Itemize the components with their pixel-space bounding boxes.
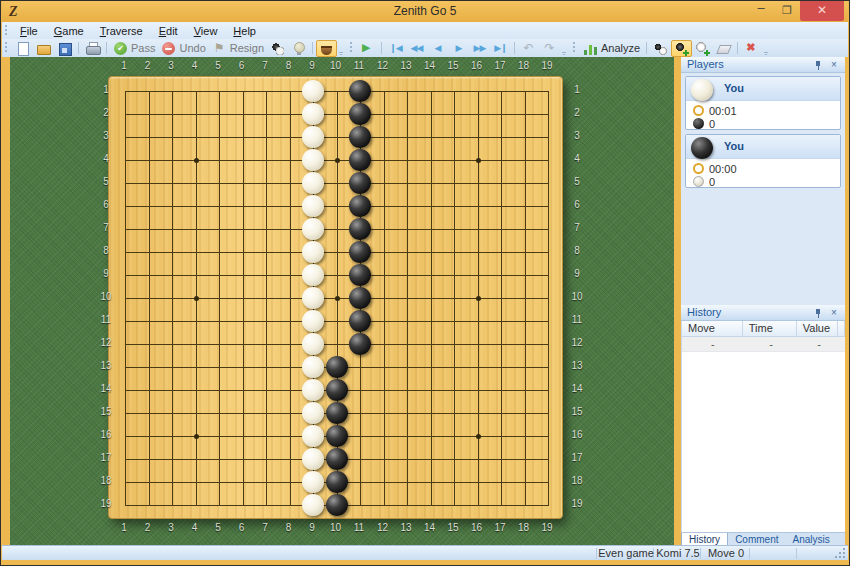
coordinate-label: 14 (96, 383, 116, 394)
coordinate-label: 10 (326, 522, 346, 533)
white-stone[interactable] (302, 379, 324, 401)
white-stone[interactable] (302, 287, 324, 309)
pass-icon (113, 41, 128, 56)
history-table[interactable]: MoveTimeValue--- (681, 321, 845, 532)
rotate-left-button[interactable]: ↶ (518, 40, 539, 57)
white-stone[interactable] (302, 448, 324, 470)
white-stone[interactable] (302, 425, 324, 447)
coordinate-label: 17 (567, 452, 587, 463)
coordinate-label: 10 (96, 291, 116, 302)
nav-forward-button[interactable]: ▶ (448, 40, 469, 57)
black-stone[interactable] (349, 241, 371, 263)
white-stone[interactable] (302, 172, 324, 194)
toolbar-group: Analyze (570, 39, 770, 57)
coordinate-label: 5 (208, 522, 228, 533)
black-stone[interactable] (349, 126, 371, 148)
coordinate-label: 19 (567, 498, 587, 509)
coordinate-label: 19 (537, 60, 557, 71)
maximize-button[interactable]: ❐ (774, 1, 800, 21)
coordinate-label: 11 (349, 522, 369, 533)
star-point (194, 158, 199, 163)
coordinate-label: 9 (302, 522, 322, 533)
open-file-icon (36, 41, 51, 56)
player-captures-row: 0 (693, 175, 715, 188)
player-card-white: You 00:01 0 (685, 76, 841, 130)
open-file-button[interactable] (33, 40, 54, 57)
toolbar-grip (572, 42, 577, 54)
toolbar-separator (514, 42, 515, 54)
menu-help[interactable]: Help (225, 23, 264, 39)
coordinate-label: 1 (114, 522, 134, 533)
client-area: 12345678910111213141516171819 1234567891… (2, 57, 848, 545)
history-row[interactable]: --- (682, 337, 845, 352)
star-point (194, 434, 199, 439)
white-stone[interactable] (302, 333, 324, 355)
undo-button[interactable]: Undo (158, 40, 208, 57)
players-panel-title: Players (687, 58, 724, 70)
white-stone-avatar (691, 79, 713, 101)
clock-icon (693, 163, 704, 174)
black-stone[interactable] (349, 149, 371, 171)
coordinate-label: 16 (567, 429, 587, 440)
column-header-time[interactable]: Time (743, 321, 797, 336)
black-stone[interactable] (349, 218, 371, 240)
rotate-right-icon: ↷ (542, 41, 557, 56)
status-separator (596, 548, 597, 559)
black-stone[interactable] (326, 379, 348, 401)
grid-line-v (501, 91, 502, 506)
toolbar-separator (737, 42, 738, 54)
menu-traverse[interactable]: Traverse (92, 23, 151, 39)
history-cell: - (744, 337, 799, 351)
menu-edit[interactable]: Edit (151, 23, 186, 39)
pass-label: Pass (131, 42, 155, 54)
resize-grip-icon[interactable] (834, 547, 846, 559)
clock-icon (693, 105, 704, 116)
black-stone[interactable] (326, 402, 348, 424)
coordinate-label: 8 (279, 522, 299, 533)
black-stone[interactable] (349, 195, 371, 217)
coordinate-label: 15 (443, 522, 463, 533)
grid-line-v (454, 91, 455, 506)
black-stone[interactable] (326, 356, 348, 378)
coordinate-label: 6 (96, 199, 116, 210)
grid-line-h (125, 321, 549, 322)
coordinate-label: 7 (567, 222, 587, 233)
toolbar-separator (646, 42, 647, 54)
black-stone[interactable] (349, 103, 371, 125)
coordinate-label: 10 (326, 60, 346, 71)
player-time: 00:01 (709, 105, 737, 117)
stone-pair-icon (653, 41, 668, 56)
toolbar-separator (312, 42, 313, 54)
player-name: You (724, 140, 744, 152)
coordinate-label: 18 (514, 522, 534, 533)
history-cell: - (798, 337, 840, 351)
nav-forward-icon: ▶ (451, 41, 466, 56)
nav-back-icon: ◀ (430, 41, 445, 56)
analyze-button[interactable]: Analyze (580, 40, 643, 57)
white-stone[interactable] (302, 494, 324, 516)
stone-pair-button[interactable] (650, 40, 671, 57)
coordinate-label: 16 (467, 522, 487, 533)
coordinate-label: 18 (567, 475, 587, 486)
coordinate-label: 3 (161, 522, 181, 533)
history-header-row: MoveTimeValue (682, 321, 845, 337)
toolbar-separator (106, 42, 107, 54)
play-button[interactable] (357, 40, 378, 57)
coordinate-label: 7 (96, 222, 116, 233)
status-separator (796, 548, 797, 559)
coordinate-label: 15 (567, 406, 587, 417)
panel-close-icon[interactable]: × (829, 60, 839, 70)
eraser-button[interactable] (713, 40, 734, 57)
black-stone[interactable] (326, 471, 348, 493)
coordinate-label: 6 (232, 522, 252, 533)
dock-splitter[interactable] (674, 57, 681, 547)
coordinate-label: 15 (96, 406, 116, 417)
white-stone[interactable] (302, 310, 324, 332)
save-file-icon (57, 41, 72, 56)
nav-forward10-icon: ▶▶ (472, 41, 487, 56)
white-stone[interactable] (302, 195, 324, 217)
white-stone[interactable] (302, 149, 324, 171)
coordinate-label: 4 (185, 60, 205, 71)
coordinate-label: 4 (96, 153, 116, 164)
toolbar-separator (381, 42, 382, 54)
coordinate-label: 7 (255, 60, 275, 71)
resign-button[interactable]: Resign (209, 40, 267, 57)
analyze-label: Analyze (601, 42, 640, 54)
coordinate-label: 19 (96, 498, 116, 509)
column-header-empty[interactable] (838, 321, 845, 336)
bowl-button[interactable] (316, 40, 337, 57)
white-stone[interactable] (302, 103, 324, 125)
coordinate-label: 1 (96, 84, 116, 95)
delete-cross-icon (744, 41, 759, 56)
status-game-type: Even game (598, 547, 654, 559)
print-icon (85, 41, 100, 56)
toolbar-overflow-icon[interactable] (561, 41, 568, 55)
undo-icon (161, 41, 176, 56)
coordinate-label: 13 (396, 522, 416, 533)
coordinate-label: 13 (96, 360, 116, 371)
nav-forward10-button[interactable]: ▶▶ (469, 40, 490, 57)
black-stone-avatar (691, 137, 713, 159)
black-stone[interactable] (349, 80, 371, 102)
nav-last-icon: ▶❙ (493, 41, 508, 56)
coordinate-label: 12 (373, 522, 393, 533)
analyze-icon (583, 41, 598, 56)
print-button[interactable] (82, 40, 103, 57)
column-header-move[interactable]: Move (682, 321, 743, 336)
white-stone[interactable] (302, 356, 324, 378)
coordinate-label: 2 (138, 60, 158, 71)
undo-label: Undo (179, 42, 205, 54)
minimize-button[interactable]: – (748, 1, 774, 21)
coordinate-label: 8 (567, 245, 587, 256)
coordinate-label: 2 (138, 522, 158, 533)
nav-back10-icon: ◀◀ (409, 41, 424, 56)
coordinate-label: 9 (96, 268, 116, 279)
menu-grip (4, 25, 9, 37)
star-point (335, 296, 340, 301)
black-stone[interactable] (326, 425, 348, 447)
white-stone[interactable] (302, 126, 324, 148)
coordinate-label: 17 (96, 452, 116, 463)
white-stone[interactable] (302, 471, 324, 493)
coordinate-label: 5 (208, 60, 228, 71)
coordinate-label: 12 (96, 337, 116, 348)
white-stone[interactable] (302, 402, 324, 424)
rotate-right-button[interactable]: ↷ (539, 40, 560, 57)
coordinate-label: 11 (96, 314, 116, 325)
toolbar: PassUndoResign❙◀◀◀◀▶▶▶▶❙↶↷Analyze (2, 39, 848, 57)
coordinate-label: 12 (567, 337, 587, 348)
coordinate-label: 18 (96, 475, 116, 486)
toolbar-separator (78, 42, 79, 54)
coordinate-label: 5 (96, 176, 116, 187)
black-stone[interactable] (326, 494, 348, 516)
star-point (476, 158, 481, 163)
toolbar-group: PassUndoResign (2, 39, 345, 57)
coordinate-label: 13 (396, 60, 416, 71)
new-file-button[interactable] (12, 40, 33, 57)
star-point (476, 434, 481, 439)
coordinate-label: 8 (279, 60, 299, 71)
go-board-background: 12345678910111213141516171819 1234567891… (10, 57, 674, 547)
white-stone[interactable] (302, 264, 324, 286)
coordinate-label: 3 (96, 130, 116, 141)
status-bar: Even gameKomi 7.5Move 0 (2, 545, 848, 560)
toolbar-group: ❙◀◀◀◀▶▶▶▶❙↶↷ (347, 39, 568, 57)
title-bar[interactable]: Zenith Go 5 – ❐ ✕ (2, 1, 848, 22)
coordinate-label: 15 (443, 60, 463, 71)
rotate-left-icon: ↶ (521, 41, 536, 56)
coordinate-label: 2 (96, 107, 116, 118)
white-stone-add-icon (695, 41, 710, 56)
window-title: Zenith Go 5 (2, 4, 848, 18)
star-point (194, 296, 199, 301)
coordinate-label: 14 (420, 60, 440, 71)
coordinate-label: 7 (255, 522, 275, 533)
pin-icon[interactable] (813, 308, 823, 318)
menu-game[interactable]: Game (46, 23, 92, 39)
toolbar-overflow-icon[interactable] (763, 41, 770, 55)
coordinate-label: 12 (373, 60, 393, 71)
panel-close-icon[interactable]: × (829, 308, 839, 318)
menu-file[interactable]: File (12, 23, 46, 39)
new-file-icon (15, 41, 30, 56)
black-stone[interactable] (349, 287, 371, 309)
coordinate-label: 9 (302, 60, 322, 71)
grid-line-v (407, 91, 408, 506)
coordinate-label: 11 (567, 314, 587, 325)
coordinate-label: 16 (96, 429, 116, 440)
black-stone[interactable] (349, 264, 371, 286)
player-captures-row: 0 (693, 117, 715, 130)
star-point (476, 296, 481, 301)
capture-count: 0 (709, 176, 715, 188)
star-point (335, 158, 340, 163)
history-cell: - (682, 337, 744, 351)
bowl-icon (319, 41, 334, 56)
nav-back10-button[interactable]: ◀◀ (406, 40, 427, 57)
toolbar-grip (4, 42, 9, 54)
white-stone-add-button[interactable] (692, 40, 713, 57)
delete-cross-button[interactable] (741, 40, 762, 57)
coordinate-label: 6 (232, 60, 252, 71)
stones-toggle-button[interactable] (267, 40, 288, 57)
coordinate-label: 19 (537, 522, 557, 533)
nav-last-button[interactable]: ▶❙ (490, 40, 511, 57)
toolbar-grip (349, 42, 354, 54)
coordinate-label: 16 (467, 60, 487, 71)
player-name: You (724, 82, 744, 94)
coordinate-label: 2 (567, 107, 587, 118)
status-komi: Komi 7.5 (655, 547, 701, 559)
white-stone[interactable] (302, 218, 324, 240)
capture-count: 0 (709, 118, 715, 130)
coordinate-label: 17 (490, 522, 510, 533)
black-stone[interactable] (349, 172, 371, 194)
player-card-black: You 00:00 0 (685, 134, 841, 188)
menu-view[interactable]: View (186, 23, 226, 39)
save-file-button[interactable] (54, 40, 75, 57)
grid-line-v (431, 91, 432, 506)
coordinate-label: 17 (490, 60, 510, 71)
captured-black-stone-icon (693, 118, 704, 129)
nav-back-button[interactable]: ◀ (427, 40, 448, 57)
nav-first-button[interactable]: ❙◀ (385, 40, 406, 57)
hint-bulb-button[interactable] (288, 40, 309, 57)
player-time-row: 00:01 (693, 104, 737, 117)
coordinate-label: 4 (185, 522, 205, 533)
coordinate-label: 8 (96, 245, 116, 256)
grid-line-h (125, 344, 549, 345)
coordinate-label: 9 (567, 268, 587, 279)
column-header-value[interactable]: Value (797, 321, 838, 336)
history-panel: History × MoveTimeValue--- HistoryCommen… (681, 305, 845, 547)
stones-toggle-icon (270, 41, 285, 56)
coordinate-label: 11 (349, 60, 369, 71)
coordinate-label: 4 (567, 153, 587, 164)
black-stone[interactable] (349, 310, 371, 332)
hint-bulb-icon (291, 41, 306, 56)
black-stone[interactable] (349, 333, 371, 355)
coordinate-label: 18 (514, 60, 534, 71)
nav-first-icon: ❙◀ (388, 41, 403, 56)
white-stone[interactable] (302, 80, 324, 102)
coordinate-label: 6 (567, 199, 587, 210)
history-panel-title: History (687, 306, 721, 318)
coordinate-label: 3 (567, 130, 587, 141)
coordinate-label: 13 (567, 360, 587, 371)
play-icon (360, 41, 375, 56)
coordinate-label: 14 (567, 383, 587, 394)
pass-button[interactable]: Pass (110, 40, 158, 57)
white-stone[interactable] (302, 241, 324, 263)
grid-line-v (525, 91, 526, 506)
coordinate-label: 5 (567, 176, 587, 187)
coordinate-label: 1 (567, 84, 587, 95)
players-panel-header[interactable]: Players × (681, 57, 845, 73)
app-window: Zenith Go 5 – ❐ ✕ FileGameTraverseEditVi… (0, 0, 850, 566)
history-panel-header[interactable]: History × (681, 305, 845, 321)
player-time: 00:00 (709, 163, 737, 175)
black-stone[interactable] (326, 448, 348, 470)
pin-icon[interactable] (813, 60, 823, 70)
close-button[interactable]: ✕ (800, 1, 844, 21)
grid-line-v (384, 91, 385, 506)
captured-white-stone-icon (693, 176, 704, 187)
player-time-row: 00:00 (693, 162, 737, 175)
resign-icon (212, 41, 227, 56)
eraser-icon (716, 41, 731, 56)
black-stone-add-button[interactable] (671, 40, 692, 57)
toolbar-overflow-icon[interactable] (338, 41, 345, 55)
coordinate-label: 14 (420, 522, 440, 533)
right-dock: Players × You 00:01 0 Y (681, 57, 845, 547)
go-board[interactable] (108, 76, 563, 519)
coordinate-label: 3 (161, 60, 181, 71)
menu-bar: FileGameTraverseEditViewHelp (2, 22, 848, 39)
resign-label: Resign (230, 42, 264, 54)
black-stone-add-icon (674, 41, 689, 56)
history-cell (840, 337, 845, 351)
status-move-number: Move 0 (702, 547, 750, 559)
grid-line-v (548, 91, 549, 506)
coordinate-label: 10 (567, 291, 587, 302)
coordinate-label: 1 (114, 60, 134, 71)
